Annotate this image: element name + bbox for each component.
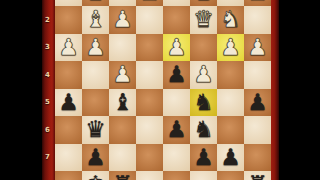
square-e6[interactable]: [136, 116, 163, 144]
black-pawn: ♟: [247, 89, 268, 117]
square-e3[interactable]: [136, 34, 163, 62]
square-e7[interactable]: [136, 144, 163, 172]
white-bishop: ♝: [85, 6, 106, 34]
square-f4[interactable]: ♟: [109, 61, 136, 89]
black-rook: ♜: [112, 171, 133, 180]
black-pawn: ♟: [193, 144, 214, 172]
black-pawn: ♟: [85, 144, 106, 172]
square-h6[interactable]: [55, 116, 82, 144]
rank-label-7: 7: [42, 144, 53, 172]
black-bishop: ♝: [112, 89, 133, 117]
square-f2[interactable]: ♟: [109, 6, 136, 34]
chess-board: ♚♜♝♜♝♟♛♞♟♟♟♟♟♟♟♟♟♝♞♟♛♟♞♟♟♟♚♜♜: [55, 0, 271, 180]
rank-label-8: 8: [42, 171, 53, 180]
white-knight: ♞: [220, 6, 241, 34]
square-g4[interactable]: [82, 61, 109, 89]
square-h2[interactable]: [55, 6, 82, 34]
square-a2[interactable]: [244, 6, 271, 34]
white-pawn: ♟: [193, 61, 214, 89]
square-f3[interactable]: [109, 34, 136, 62]
square-h4[interactable]: [55, 61, 82, 89]
square-c2[interactable]: ♛: [190, 6, 217, 34]
square-b7[interactable]: ♟: [217, 144, 244, 172]
square-d6[interactable]: ♟: [163, 116, 190, 144]
square-f5[interactable]: ♝: [109, 89, 136, 117]
rank-label-4: 4: [42, 61, 53, 89]
square-a6[interactable]: [244, 116, 271, 144]
square-h8[interactable]: [55, 171, 82, 180]
square-b8[interactable]: [217, 171, 244, 180]
square-a8[interactable]: ♜: [244, 171, 271, 180]
square-a7[interactable]: [244, 144, 271, 172]
square-e8[interactable]: [136, 171, 163, 180]
square-c7[interactable]: ♟: [190, 144, 217, 172]
square-h7[interactable]: [55, 144, 82, 172]
square-b5[interactable]: [217, 89, 244, 117]
white-pawn: ♟: [58, 34, 79, 62]
square-d8[interactable]: [163, 171, 190, 180]
board-frame-left: 12345678: [42, 0, 55, 180]
white-pawn: ♟: [220, 34, 241, 62]
black-pawn: ♟: [166, 116, 187, 144]
square-d3[interactable]: ♟: [163, 34, 190, 62]
square-e5[interactable]: [136, 89, 163, 117]
square-b6[interactable]: [217, 116, 244, 144]
square-c3[interactable]: [190, 34, 217, 62]
square-g3[interactable]: ♟: [82, 34, 109, 62]
black-pawn: ♟: [166, 61, 187, 89]
square-c8[interactable]: [190, 171, 217, 180]
square-e4[interactable]: [136, 61, 163, 89]
square-c6[interactable]: ♞: [190, 116, 217, 144]
square-g5[interactable]: [82, 89, 109, 117]
rank-label-6: 6: [42, 116, 53, 144]
white-pawn: ♟: [166, 34, 187, 62]
black-king: ♚: [85, 171, 106, 180]
square-g8[interactable]: ♚: [82, 171, 109, 180]
square-b4[interactable]: [217, 61, 244, 89]
black-knight: ♞: [193, 116, 214, 144]
square-g2[interactable]: ♝: [82, 6, 109, 34]
black-knight: ♞: [193, 89, 214, 117]
square-c4[interactable]: ♟: [190, 61, 217, 89]
white-pawn: ♟: [85, 34, 106, 62]
black-pawn: ♟: [220, 144, 241, 172]
square-g7[interactable]: ♟: [82, 144, 109, 172]
square-d7[interactable]: [163, 144, 190, 172]
square-f7[interactable]: [109, 144, 136, 172]
square-a3[interactable]: ♟: [244, 34, 271, 62]
square-g6[interactable]: ♛: [82, 116, 109, 144]
square-b2[interactable]: ♞: [217, 6, 244, 34]
square-e2[interactable]: [136, 6, 163, 34]
square-f6[interactable]: [109, 116, 136, 144]
square-c5[interactable]: ♞: [190, 89, 217, 117]
square-f8[interactable]: ♜: [109, 171, 136, 180]
video-frame: ♚♜♝♜♝♟♛♞♟♟♟♟♟♟♟♟♟♝♞♟♛♟♞♟♟♟♚♜♜ 12345678: [0, 0, 320, 180]
black-pawn: ♟: [58, 89, 79, 117]
rank-label-2: 2: [42, 6, 53, 34]
square-a5[interactable]: ♟: [244, 89, 271, 117]
board-frame-right: [271, 0, 279, 180]
white-queen: ♛: [193, 6, 214, 34]
square-d4[interactable]: ♟: [163, 61, 190, 89]
rank-label-3: 3: [42, 34, 53, 62]
rank-label-5: 5: [42, 89, 53, 117]
square-h5[interactable]: ♟: [55, 89, 82, 117]
square-h3[interactable]: ♟: [55, 34, 82, 62]
square-d2[interactable]: [163, 6, 190, 34]
white-pawn: ♟: [247, 34, 268, 62]
black-rook: ♜: [247, 171, 268, 180]
white-pawn: ♟: [112, 6, 133, 34]
white-pawn: ♟: [112, 61, 133, 89]
square-b3[interactable]: ♟: [217, 34, 244, 62]
square-d5[interactable]: [163, 89, 190, 117]
square-a4[interactable]: [244, 61, 271, 89]
black-queen: ♛: [85, 116, 106, 144]
